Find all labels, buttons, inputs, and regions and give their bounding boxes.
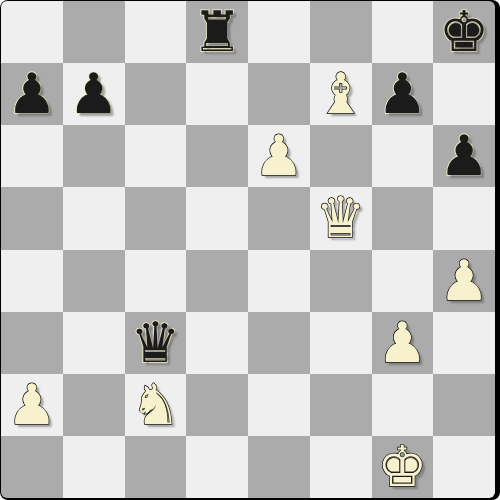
square-d3[interactable] (186, 312, 248, 374)
square-h3[interactable] (433, 312, 495, 374)
square-d8[interactable]: ♜ (186, 1, 248, 63)
square-g4[interactable] (372, 250, 434, 312)
square-e3[interactable] (248, 312, 310, 374)
square-c8[interactable] (125, 1, 187, 63)
square-g5[interactable] (372, 187, 434, 249)
chess-board: ♜♚♟♟♝♟♟♟♛♟♛♟♟♞♚ (1, 1, 495, 498)
square-c7[interactable] (125, 63, 187, 125)
square-f1[interactable] (310, 436, 372, 498)
square-g3[interactable]: ♟ (372, 312, 434, 374)
square-g8[interactable] (372, 1, 434, 63)
black-rook-d8[interactable]: ♜ (192, 4, 242, 60)
square-a5[interactable] (1, 187, 63, 249)
square-a7[interactable]: ♟ (1, 63, 63, 125)
white-king-g1[interactable]: ♚ (377, 439, 427, 495)
black-pawn-g7[interactable]: ♟ (377, 66, 427, 122)
square-b1[interactable] (63, 436, 125, 498)
square-b4[interactable] (63, 250, 125, 312)
square-f4[interactable] (310, 250, 372, 312)
square-b6[interactable] (63, 125, 125, 187)
square-a6[interactable] (1, 125, 63, 187)
square-e6[interactable]: ♟ (248, 125, 310, 187)
white-pawn-g3[interactable]: ♟ (377, 315, 427, 371)
board-frame: ♜♚♟♟♝♟♟♟♛♟♛♟♟♞♚ (0, 0, 500, 500)
square-f3[interactable] (310, 312, 372, 374)
square-d2[interactable] (186, 374, 248, 436)
white-pawn-h4[interactable]: ♟ (439, 253, 489, 309)
square-d7[interactable] (186, 63, 248, 125)
square-d1[interactable] (186, 436, 248, 498)
square-b5[interactable] (63, 187, 125, 249)
square-e2[interactable] (248, 374, 310, 436)
square-h4[interactable]: ♟ (433, 250, 495, 312)
square-c6[interactable] (125, 125, 187, 187)
square-h7[interactable] (433, 63, 495, 125)
white-pawn-e6[interactable]: ♟ (254, 128, 304, 184)
square-a3[interactable] (1, 312, 63, 374)
square-e8[interactable] (248, 1, 310, 63)
square-a8[interactable] (1, 1, 63, 63)
square-b8[interactable] (63, 1, 125, 63)
square-a2[interactable]: ♟ (1, 374, 63, 436)
white-queen-f5[interactable]: ♛ (316, 190, 366, 246)
square-g7[interactable]: ♟ (372, 63, 434, 125)
square-f6[interactable] (310, 125, 372, 187)
square-e1[interactable] (248, 436, 310, 498)
square-c5[interactable] (125, 187, 187, 249)
square-b3[interactable] (63, 312, 125, 374)
square-h6[interactable]: ♟ (433, 125, 495, 187)
square-g1[interactable]: ♚ (372, 436, 434, 498)
square-e5[interactable] (248, 187, 310, 249)
black-pawn-b7[interactable]: ♟ (69, 66, 119, 122)
black-queen-c3[interactable]: ♛ (130, 315, 180, 371)
square-e4[interactable] (248, 250, 310, 312)
square-f2[interactable] (310, 374, 372, 436)
square-c4[interactable] (125, 250, 187, 312)
white-bishop-f7[interactable]: ♝ (316, 66, 366, 122)
black-pawn-h6[interactable]: ♟ (439, 128, 489, 184)
square-d6[interactable] (186, 125, 248, 187)
square-h5[interactable] (433, 187, 495, 249)
square-c1[interactable] (125, 436, 187, 498)
square-f7[interactable]: ♝ (310, 63, 372, 125)
square-g6[interactable] (372, 125, 434, 187)
square-h2[interactable] (433, 374, 495, 436)
square-a4[interactable] (1, 250, 63, 312)
square-b7[interactable]: ♟ (63, 63, 125, 125)
square-h1[interactable] (433, 436, 495, 498)
square-b2[interactable] (63, 374, 125, 436)
white-knight-c2[interactable]: ♞ (130, 377, 180, 433)
square-d4[interactable] (186, 250, 248, 312)
white-pawn-a2[interactable]: ♟ (7, 377, 57, 433)
square-a1[interactable] (1, 436, 63, 498)
black-pawn-a7[interactable]: ♟ (7, 66, 57, 122)
square-c3[interactable]: ♛ (125, 312, 187, 374)
square-f5[interactable]: ♛ (310, 187, 372, 249)
square-g2[interactable] (372, 374, 434, 436)
square-d5[interactable] (186, 187, 248, 249)
square-h8[interactable]: ♚ (433, 1, 495, 63)
square-f8[interactable] (310, 1, 372, 63)
square-e7[interactable] (248, 63, 310, 125)
square-c2[interactable]: ♞ (125, 374, 187, 436)
black-king-h8[interactable]: ♚ (439, 4, 489, 60)
